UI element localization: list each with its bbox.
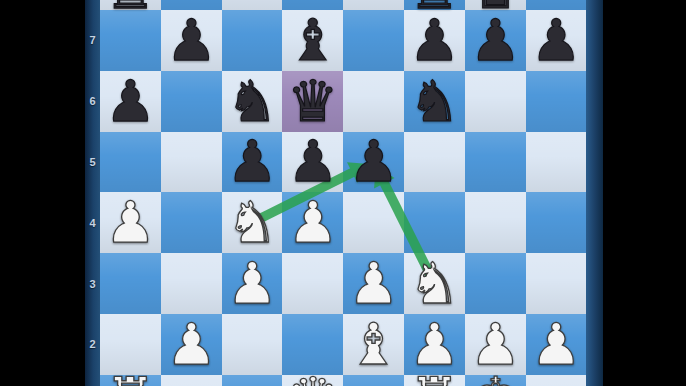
white-pawn-a4[interactable]: ♟ — [105, 194, 156, 251]
black-knight-f6[interactable]: ♞ — [409, 73, 460, 130]
square-f4[interactable] — [404, 192, 465, 253]
white-pawn-h2[interactable]: ♟ — [530, 316, 581, 373]
square-h4[interactable] — [526, 192, 587, 253]
black-pawn-g7[interactable]: ♟ — [470, 12, 521, 69]
square-f1[interactable]: ♜ — [404, 375, 465, 386]
square-h5[interactable] — [526, 132, 587, 193]
black-pawn-c5[interactable]: ♟ — [226, 133, 277, 190]
video-frame: 765432 ♜♜♚♟♝♟♟♟♟♞♛♞♟♟♟♟♞♟♟♟♞♟♝♟♟♟♜♛♜♚ — [0, 0, 686, 386]
black-pawn-d5[interactable]: ♟ — [287, 133, 338, 190]
chess-board[interactable]: ♜♜♚♟♝♟♟♟♟♞♛♞♟♟♟♟♞♟♟♟♞♟♝♟♟♟♜♛♜♚ — [100, 0, 586, 386]
white-pawn-e3[interactable]: ♟ — [348, 255, 399, 312]
square-c3[interactable]: ♟ — [222, 253, 283, 314]
rank-label-2: 2 — [85, 338, 100, 350]
square-c6[interactable]: ♞ — [222, 71, 283, 132]
square-a6[interactable]: ♟ — [100, 71, 161, 132]
square-f3[interactable]: ♞ — [404, 253, 465, 314]
square-a3[interactable] — [100, 253, 161, 314]
square-d6[interactable]: ♛ — [282, 71, 343, 132]
white-knight-c4[interactable]: ♞ — [226, 194, 277, 251]
square-e4[interactable] — [343, 192, 404, 253]
square-e5[interactable]: ♟ — [343, 132, 404, 193]
square-d1[interactable]: ♛ — [282, 375, 343, 386]
black-pawn-b7[interactable]: ♟ — [166, 12, 217, 69]
square-c7[interactable] — [222, 10, 283, 71]
square-e3[interactable]: ♟ — [343, 253, 404, 314]
square-d5[interactable]: ♟ — [282, 132, 343, 193]
black-bishop-d7[interactable]: ♝ — [287, 12, 338, 69]
board-rail-left: 765432 — [85, 0, 100, 386]
rank-label-7: 7 — [85, 34, 100, 46]
white-king-g1[interactable]: ♚ — [470, 370, 521, 386]
square-g1[interactable]: ♚ — [465, 375, 526, 386]
square-e2[interactable]: ♝ — [343, 314, 404, 375]
black-pawn-f7[interactable]: ♟ — [409, 12, 460, 69]
white-pawn-d4[interactable]: ♟ — [287, 194, 338, 251]
white-rook-a1[interactable]: ♜ — [105, 370, 156, 386]
rank-label-3: 3 — [85, 278, 100, 290]
square-c5[interactable]: ♟ — [222, 132, 283, 193]
square-c4[interactable]: ♞ — [222, 192, 283, 253]
square-f6[interactable]: ♞ — [404, 71, 465, 132]
square-g3[interactable] — [465, 253, 526, 314]
square-c1[interactable] — [222, 375, 283, 386]
white-pawn-b2[interactable]: ♟ — [166, 316, 217, 373]
square-g7[interactable]: ♟ — [465, 10, 526, 71]
square-h7[interactable]: ♟ — [526, 10, 587, 71]
square-b2[interactable]: ♟ — [161, 314, 222, 375]
square-d3[interactable] — [282, 253, 343, 314]
white-rook-f1[interactable]: ♜ — [409, 370, 460, 386]
square-e6[interactable] — [343, 71, 404, 132]
black-knight-c6[interactable]: ♞ — [226, 73, 277, 130]
black-queen-d6[interactable]: ♛ — [287, 73, 338, 130]
square-a4[interactable]: ♟ — [100, 192, 161, 253]
square-b7[interactable]: ♟ — [161, 10, 222, 71]
board-rail-right — [586, 0, 603, 386]
square-b5[interactable] — [161, 132, 222, 193]
white-bishop-e2[interactable]: ♝ — [348, 316, 399, 373]
square-a5[interactable] — [100, 132, 161, 193]
square-f7[interactable]: ♟ — [404, 10, 465, 71]
square-h2[interactable]: ♟ — [526, 314, 587, 375]
square-b6[interactable] — [161, 71, 222, 132]
square-b4[interactable] — [161, 192, 222, 253]
white-knight-f3[interactable]: ♞ — [409, 255, 460, 312]
square-g6[interactable] — [465, 71, 526, 132]
square-h6[interactable] — [526, 71, 587, 132]
black-pawn-e5[interactable]: ♟ — [348, 133, 399, 190]
square-c2[interactable] — [222, 314, 283, 375]
square-d4[interactable]: ♟ — [282, 192, 343, 253]
black-pawn-h7[interactable]: ♟ — [530, 12, 581, 69]
white-queen-d1[interactable]: ♛ — [287, 370, 338, 386]
square-h3[interactable] — [526, 253, 587, 314]
rank-label-4: 4 — [85, 217, 100, 229]
rank-label-6: 6 — [85, 95, 100, 107]
black-rook-a8[interactable]: ♜ — [105, 0, 156, 17]
square-c8[interactable] — [222, 0, 283, 10]
square-g5[interactable] — [465, 132, 526, 193]
square-d7[interactable]: ♝ — [282, 10, 343, 71]
square-f5[interactable] — [404, 132, 465, 193]
square-g4[interactable] — [465, 192, 526, 253]
square-e7[interactable] — [343, 10, 404, 71]
black-pawn-a6[interactable]: ♟ — [105, 73, 156, 130]
rank-label-5: 5 — [85, 156, 100, 168]
white-pawn-c3[interactable]: ♟ — [226, 255, 277, 312]
square-b3[interactable] — [161, 253, 222, 314]
square-a8[interactable]: ♜ — [100, 0, 161, 10]
square-e8[interactable] — [343, 0, 404, 10]
square-a1[interactable]: ♜ — [100, 375, 161, 386]
